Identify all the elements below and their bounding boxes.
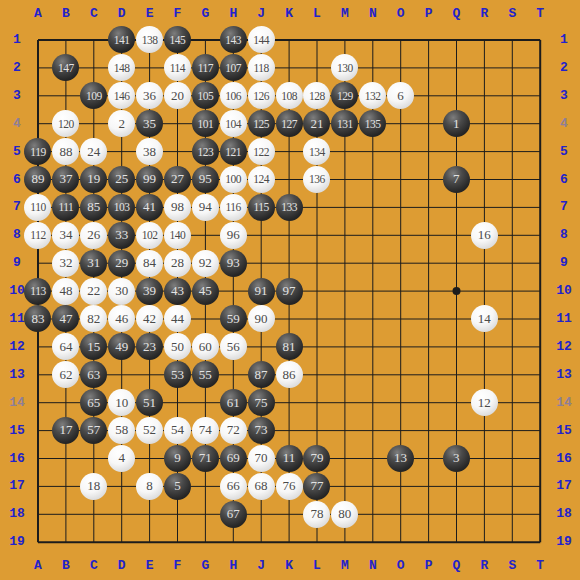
board-point[interactable]: 70 — [247, 444, 275, 472]
board-point[interactable] — [470, 193, 498, 221]
board-point[interactable]: 6 — [387, 82, 415, 110]
board-point[interactable]: 110 — [24, 193, 52, 221]
board-point[interactable]: 61 — [219, 389, 247, 417]
board-point[interactable] — [275, 249, 303, 277]
board-point[interactable] — [24, 472, 52, 500]
board-point[interactable]: 50 — [164, 333, 192, 361]
board-point[interactable] — [108, 472, 136, 500]
board-point[interactable] — [387, 333, 415, 361]
board-point[interactable] — [415, 389, 443, 417]
board-point[interactable]: 57 — [80, 417, 108, 445]
board-point[interactable]: 134 — [303, 138, 331, 166]
board-point[interactable] — [24, 82, 52, 110]
board-point[interactable]: 63 — [80, 361, 108, 389]
board-point[interactable] — [526, 166, 554, 194]
board-point[interactable] — [80, 54, 108, 82]
board-point[interactable]: 47 — [52, 305, 80, 333]
board-point[interactable] — [442, 305, 470, 333]
board-point[interactable] — [498, 54, 526, 82]
board-point[interactable] — [80, 528, 108, 556]
board-point[interactable] — [247, 221, 275, 249]
board-point[interactable]: 49 — [108, 333, 136, 361]
board-point[interactable] — [387, 221, 415, 249]
board-point[interactable] — [359, 166, 387, 194]
board-point[interactable] — [359, 333, 387, 361]
board-point[interactable]: 118 — [247, 54, 275, 82]
board-point[interactable] — [108, 138, 136, 166]
board-point[interactable]: 82 — [80, 305, 108, 333]
board-point[interactable]: 24 — [80, 138, 108, 166]
board-point[interactable]: 62 — [52, 361, 80, 389]
board-point[interactable]: 32 — [52, 249, 80, 277]
board-point[interactable] — [526, 54, 554, 82]
board-point[interactable]: 52 — [136, 417, 164, 445]
board-point[interactable] — [470, 500, 498, 528]
board-point[interactable] — [470, 110, 498, 138]
board-point[interactable]: 67 — [219, 500, 247, 528]
board-point[interactable] — [526, 82, 554, 110]
board-point[interactable] — [498, 249, 526, 277]
board-point[interactable] — [470, 249, 498, 277]
board-point[interactable] — [387, 110, 415, 138]
board-point[interactable] — [108, 528, 136, 556]
board-point[interactable]: 133 — [275, 193, 303, 221]
board-point[interactable]: 89 — [24, 166, 52, 194]
board-point[interactable]: 95 — [191, 166, 219, 194]
board-point[interactable]: 98 — [164, 193, 192, 221]
board-point[interactable]: 36 — [136, 82, 164, 110]
board-point[interactable] — [498, 389, 526, 417]
board-point[interactable] — [415, 110, 443, 138]
board-point[interactable]: 38 — [136, 138, 164, 166]
board-point[interactable] — [387, 138, 415, 166]
board-point[interactable] — [415, 500, 443, 528]
board-point[interactable]: 106 — [219, 82, 247, 110]
board-point[interactable] — [219, 277, 247, 305]
board-point[interactable] — [164, 110, 192, 138]
board-point[interactable] — [331, 193, 359, 221]
board-point[interactable]: 114 — [164, 54, 192, 82]
board-point[interactable] — [498, 305, 526, 333]
board-point[interactable] — [303, 361, 331, 389]
board-point[interactable] — [359, 389, 387, 417]
board-point[interactable]: 3 — [442, 444, 470, 472]
board-point[interactable] — [52, 26, 80, 54]
board-point[interactable] — [24, 500, 52, 528]
board-point[interactable] — [442, 221, 470, 249]
board-point[interactable] — [442, 361, 470, 389]
board-point[interactable]: 7 — [442, 166, 470, 194]
board-point[interactable]: 129 — [331, 82, 359, 110]
board-point[interactable] — [52, 389, 80, 417]
board-point[interactable]: 9 — [164, 444, 192, 472]
board-point[interactable] — [498, 472, 526, 500]
board-point[interactable] — [331, 26, 359, 54]
board-point[interactable] — [526, 472, 554, 500]
board-point[interactable] — [191, 528, 219, 556]
board-point[interactable]: 33 — [108, 221, 136, 249]
board-point[interactable] — [136, 500, 164, 528]
board-point[interactable]: 29 — [108, 249, 136, 277]
board-point[interactable]: 2 — [108, 110, 136, 138]
board-point[interactable]: 138 — [136, 26, 164, 54]
board-point[interactable]: 13 — [387, 444, 415, 472]
board-point[interactable] — [275, 528, 303, 556]
board-point[interactable]: 80 — [331, 500, 359, 528]
board-point[interactable] — [387, 54, 415, 82]
board-point[interactable] — [498, 138, 526, 166]
board-point[interactable]: 14 — [470, 305, 498, 333]
board-point[interactable] — [331, 305, 359, 333]
board-point[interactable]: 119 — [24, 138, 52, 166]
board-point[interactable] — [331, 249, 359, 277]
board-point[interactable]: 35 — [136, 110, 164, 138]
board-point[interactable] — [415, 444, 443, 472]
board-point[interactable]: 136 — [303, 166, 331, 194]
board-point[interactable] — [191, 221, 219, 249]
board-point[interactable] — [415, 193, 443, 221]
board-point[interactable]: 147 — [52, 54, 80, 82]
board-point[interactable]: 121 — [219, 138, 247, 166]
board-point[interactable]: 97 — [275, 277, 303, 305]
board-point[interactable] — [24, 417, 52, 445]
board-point[interactable] — [470, 417, 498, 445]
board-point[interactable] — [80, 26, 108, 54]
board-point[interactable] — [498, 500, 526, 528]
board-point[interactable] — [359, 193, 387, 221]
board-point[interactable] — [526, 138, 554, 166]
board-point[interactable]: 44 — [164, 305, 192, 333]
board-point[interactable] — [275, 221, 303, 249]
board-point[interactable] — [415, 249, 443, 277]
board-point[interactable]: 120 — [52, 110, 80, 138]
board-point[interactable]: 93 — [219, 249, 247, 277]
board-point[interactable]: 87 — [247, 361, 275, 389]
board-point[interactable] — [442, 472, 470, 500]
board-point[interactable] — [275, 54, 303, 82]
board-point[interactable] — [470, 277, 498, 305]
board-point[interactable] — [359, 305, 387, 333]
board-point[interactable] — [526, 193, 554, 221]
board-point[interactable]: 42 — [136, 305, 164, 333]
board-point[interactable] — [498, 333, 526, 361]
board-point[interactable]: 130 — [331, 54, 359, 82]
board-point[interactable]: 85 — [80, 193, 108, 221]
board-point[interactable]: 56 — [219, 333, 247, 361]
board-point[interactable] — [526, 500, 554, 528]
board-point[interactable] — [415, 305, 443, 333]
board-point[interactable]: 104 — [219, 110, 247, 138]
board-point[interactable]: 21 — [303, 110, 331, 138]
board-point[interactable]: 96 — [219, 221, 247, 249]
board-point[interactable]: 34 — [52, 221, 80, 249]
board-point[interactable] — [331, 221, 359, 249]
board-point[interactable] — [164, 138, 192, 166]
board-point[interactable]: 16 — [470, 221, 498, 249]
board-point[interactable] — [359, 138, 387, 166]
board-point[interactable] — [247, 528, 275, 556]
board-point[interactable] — [415, 472, 443, 500]
board-point[interactable] — [275, 417, 303, 445]
board-point[interactable] — [136, 528, 164, 556]
board-point[interactable] — [275, 26, 303, 54]
board-point[interactable] — [52, 444, 80, 472]
board-point[interactable]: 51 — [136, 389, 164, 417]
board-point[interactable]: 17 — [52, 417, 80, 445]
board-point[interactable] — [52, 500, 80, 528]
board-point[interactable]: 1 — [442, 110, 470, 138]
board-point[interactable] — [415, 361, 443, 389]
board-point[interactable]: 31 — [80, 249, 108, 277]
board-point[interactable] — [526, 417, 554, 445]
board-point[interactable] — [80, 500, 108, 528]
board-point[interactable]: 19 — [80, 166, 108, 194]
board-point[interactable] — [470, 444, 498, 472]
board-point[interactable]: 58 — [108, 417, 136, 445]
board-point[interactable]: 43 — [164, 277, 192, 305]
board-point[interactable]: 23 — [136, 333, 164, 361]
board-point[interactable] — [415, 277, 443, 305]
board-point[interactable]: 64 — [52, 333, 80, 361]
board-point[interactable] — [331, 361, 359, 389]
board-point[interactable]: 116 — [219, 193, 247, 221]
board-point[interactable] — [359, 444, 387, 472]
board-point[interactable]: 108 — [275, 82, 303, 110]
board-point[interactable] — [415, 417, 443, 445]
board-point[interactable] — [275, 305, 303, 333]
board-point[interactable]: 4 — [108, 444, 136, 472]
board-point[interactable]: 135 — [359, 110, 387, 138]
board-point[interactable] — [359, 528, 387, 556]
board-point[interactable] — [303, 389, 331, 417]
board-point[interactable]: 5 — [164, 472, 192, 500]
board-point[interactable] — [387, 500, 415, 528]
board-point[interactable] — [498, 528, 526, 556]
board-point[interactable]: 60 — [191, 333, 219, 361]
board-point[interactable] — [359, 361, 387, 389]
board-point[interactable] — [359, 417, 387, 445]
board-point[interactable] — [470, 26, 498, 54]
board-point[interactable]: 113 — [24, 277, 52, 305]
board-point[interactable]: 124 — [247, 166, 275, 194]
board-point[interactable] — [24, 444, 52, 472]
board-point[interactable]: 111 — [52, 193, 80, 221]
board-point[interactable] — [359, 26, 387, 54]
board-point[interactable] — [247, 333, 275, 361]
board-point[interactable] — [498, 361, 526, 389]
board-point[interactable] — [164, 389, 192, 417]
board-point[interactable] — [442, 26, 470, 54]
board-point[interactable] — [498, 417, 526, 445]
board-point[interactable]: 146 — [108, 82, 136, 110]
board-point[interactable] — [24, 26, 52, 54]
board-point[interactable] — [415, 333, 443, 361]
board-point[interactable] — [24, 389, 52, 417]
board-point[interactable]: 25 — [108, 166, 136, 194]
board-point[interactable] — [108, 361, 136, 389]
board-point[interactable] — [331, 472, 359, 500]
board-point[interactable] — [303, 221, 331, 249]
board-point[interactable] — [247, 500, 275, 528]
board-point[interactable] — [331, 166, 359, 194]
board-point[interactable] — [387, 26, 415, 54]
board-point[interactable] — [387, 305, 415, 333]
board-point[interactable] — [442, 193, 470, 221]
board-point[interactable] — [24, 110, 52, 138]
board-point[interactable] — [359, 249, 387, 277]
board-point[interactable] — [526, 333, 554, 361]
board-point[interactable] — [387, 389, 415, 417]
board-point[interactable] — [303, 193, 331, 221]
board-point[interactable]: 140 — [164, 221, 192, 249]
board-point[interactable]: 15 — [80, 333, 108, 361]
board-point[interactable] — [387, 277, 415, 305]
board-point[interactable] — [498, 166, 526, 194]
board-point[interactable]: 30 — [108, 277, 136, 305]
board-point[interactable]: 128 — [303, 82, 331, 110]
board-point[interactable] — [442, 528, 470, 556]
board-point[interactable] — [191, 500, 219, 528]
board-point[interactable] — [470, 166, 498, 194]
board-point[interactable] — [470, 82, 498, 110]
board-point[interactable] — [498, 110, 526, 138]
board-point[interactable]: 26 — [80, 221, 108, 249]
board-point[interactable] — [387, 249, 415, 277]
board-point[interactable]: 28 — [164, 249, 192, 277]
board-point[interactable] — [526, 249, 554, 277]
board-point[interactable] — [415, 221, 443, 249]
board-point[interactable]: 39 — [136, 277, 164, 305]
board-point[interactable] — [136, 361, 164, 389]
board-point[interactable]: 86 — [275, 361, 303, 389]
board-point[interactable] — [442, 138, 470, 166]
board-point[interactable] — [498, 193, 526, 221]
board-point[interactable]: 88 — [52, 138, 80, 166]
board-point[interactable] — [526, 110, 554, 138]
board-point[interactable] — [442, 277, 470, 305]
board-point[interactable]: 72 — [219, 417, 247, 445]
board-point[interactable] — [415, 166, 443, 194]
board-point[interactable]: 73 — [247, 417, 275, 445]
board-point[interactable] — [24, 528, 52, 556]
board-point[interactable]: 141 — [108, 26, 136, 54]
board-point[interactable]: 11 — [275, 444, 303, 472]
board-point[interactable]: 71 — [191, 444, 219, 472]
board-point[interactable] — [498, 221, 526, 249]
board-point[interactable] — [498, 26, 526, 54]
board-point[interactable]: 109 — [80, 82, 108, 110]
board-point[interactable] — [415, 138, 443, 166]
board-point[interactable]: 68 — [247, 472, 275, 500]
board-point[interactable]: 55 — [191, 361, 219, 389]
board-point[interactable]: 112 — [24, 221, 52, 249]
board-point[interactable] — [526, 389, 554, 417]
board-point[interactable] — [303, 528, 331, 556]
board-point[interactable]: 117 — [191, 54, 219, 82]
board-point[interactable] — [442, 333, 470, 361]
board-point[interactable] — [80, 110, 108, 138]
board-point[interactable] — [331, 389, 359, 417]
board-point[interactable] — [526, 361, 554, 389]
board-point[interactable] — [470, 361, 498, 389]
board-point[interactable]: 79 — [303, 444, 331, 472]
board-point[interactable] — [331, 417, 359, 445]
board-point[interactable]: 75 — [247, 389, 275, 417]
board-point[interactable]: 103 — [108, 193, 136, 221]
board-point[interactable]: 143 — [219, 26, 247, 54]
board-point[interactable]: 10 — [108, 389, 136, 417]
board-point[interactable] — [387, 472, 415, 500]
board-point[interactable]: 54 — [164, 417, 192, 445]
board-point[interactable] — [387, 361, 415, 389]
board-point[interactable] — [470, 138, 498, 166]
board-point[interactable]: 76 — [275, 472, 303, 500]
board-point[interactable] — [219, 528, 247, 556]
board-point[interactable]: 83 — [24, 305, 52, 333]
board-point[interactable]: 107 — [219, 54, 247, 82]
board-point[interactable] — [415, 82, 443, 110]
board-point[interactable]: 115 — [247, 193, 275, 221]
board-point[interactable] — [275, 389, 303, 417]
board-point[interactable] — [470, 54, 498, 82]
board-point[interactable] — [442, 54, 470, 82]
board-point[interactable]: 37 — [52, 166, 80, 194]
board-point[interactable] — [164, 528, 192, 556]
board-point[interactable]: 69 — [219, 444, 247, 472]
board-point[interactable]: 92 — [191, 249, 219, 277]
board-point[interactable] — [442, 249, 470, 277]
board-point[interactable] — [442, 82, 470, 110]
board-point[interactable]: 27 — [164, 166, 192, 194]
board-point[interactable]: 127 — [275, 110, 303, 138]
board-point[interactable] — [275, 500, 303, 528]
board-point[interactable] — [247, 249, 275, 277]
board-point[interactable]: 18 — [80, 472, 108, 500]
board-point[interactable] — [359, 54, 387, 82]
board-point[interactable] — [526, 221, 554, 249]
board-point[interactable]: 145 — [164, 26, 192, 54]
board-point[interactable] — [359, 221, 387, 249]
board-point[interactable] — [191, 26, 219, 54]
board-point[interactable] — [470, 333, 498, 361]
board-point[interactable]: 8 — [136, 472, 164, 500]
board-point[interactable] — [526, 26, 554, 54]
board-point[interactable] — [275, 166, 303, 194]
board-point[interactable] — [164, 500, 192, 528]
board-point[interactable] — [303, 417, 331, 445]
board-point[interactable] — [24, 361, 52, 389]
board-point[interactable] — [415, 54, 443, 82]
board-point[interactable] — [303, 305, 331, 333]
board-point[interactable] — [442, 500, 470, 528]
board-point[interactable]: 22 — [80, 277, 108, 305]
board-point[interactable]: 101 — [191, 110, 219, 138]
board-point[interactable] — [331, 333, 359, 361]
board-point[interactable]: 122 — [247, 138, 275, 166]
board-point[interactable]: 45 — [191, 277, 219, 305]
board-point[interactable]: 81 — [275, 333, 303, 361]
board-point[interactable] — [387, 193, 415, 221]
board-point[interactable] — [191, 305, 219, 333]
board-point[interactable] — [359, 500, 387, 528]
board-point[interactable]: 46 — [108, 305, 136, 333]
board-point[interactable]: 105 — [191, 82, 219, 110]
board-point[interactable] — [24, 249, 52, 277]
board-point[interactable]: 20 — [164, 82, 192, 110]
board-point[interactable] — [442, 389, 470, 417]
board-point[interactable] — [191, 389, 219, 417]
board-point[interactable]: 77 — [303, 472, 331, 500]
